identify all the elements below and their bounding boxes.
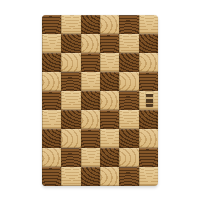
board-cell <box>119 34 138 53</box>
board-cell <box>61 129 80 148</box>
board-cell <box>61 15 80 34</box>
product-photo <box>0 0 200 200</box>
board-cell <box>100 167 119 186</box>
board-cell <box>139 72 158 91</box>
board-cell <box>81 167 100 186</box>
board-cell <box>119 148 138 167</box>
board-cell <box>81 110 100 129</box>
cutting-board <box>42 15 158 186</box>
board-cell <box>139 15 158 34</box>
board-cell <box>81 34 100 53</box>
board-cell <box>100 110 119 129</box>
board-cell <box>100 129 119 148</box>
board-cell <box>139 53 158 72</box>
board-cell <box>61 110 80 129</box>
board-cell <box>100 53 119 72</box>
board-cell <box>100 148 119 167</box>
board-cell <box>139 167 158 186</box>
board-cell <box>139 110 158 129</box>
board-cell <box>61 53 80 72</box>
board-cell <box>42 53 61 72</box>
board-cell <box>81 91 100 110</box>
board-cell <box>81 53 100 72</box>
board-cell <box>81 72 100 91</box>
board-cell <box>100 34 119 53</box>
board-cell <box>139 34 158 53</box>
board-cell <box>61 72 80 91</box>
board-cell <box>119 91 138 110</box>
board-cell <box>81 148 100 167</box>
board-cell <box>81 129 100 148</box>
board-cell <box>139 148 158 167</box>
board-cell <box>100 72 119 91</box>
board-cell <box>119 53 138 72</box>
board-cell <box>42 15 61 34</box>
board-cell <box>100 15 119 34</box>
board-cell <box>119 129 138 148</box>
brand-stamp-icon <box>146 92 153 107</box>
board-cell <box>61 91 80 110</box>
board-cell <box>42 110 61 129</box>
board-cell <box>42 72 61 91</box>
board-cell <box>61 34 80 53</box>
board-cell <box>119 110 138 129</box>
board-cell <box>100 91 119 110</box>
board-cell <box>119 72 138 91</box>
board-cell <box>42 91 61 110</box>
board-cell <box>61 148 80 167</box>
board-cell <box>139 129 158 148</box>
board-cell <box>42 129 61 148</box>
board-cell <box>42 148 61 167</box>
board-cell <box>119 167 138 186</box>
board-cell <box>42 167 61 186</box>
board-cell <box>42 34 61 53</box>
board-cell <box>61 167 80 186</box>
board-cell <box>119 15 138 34</box>
board-cell <box>81 15 100 34</box>
